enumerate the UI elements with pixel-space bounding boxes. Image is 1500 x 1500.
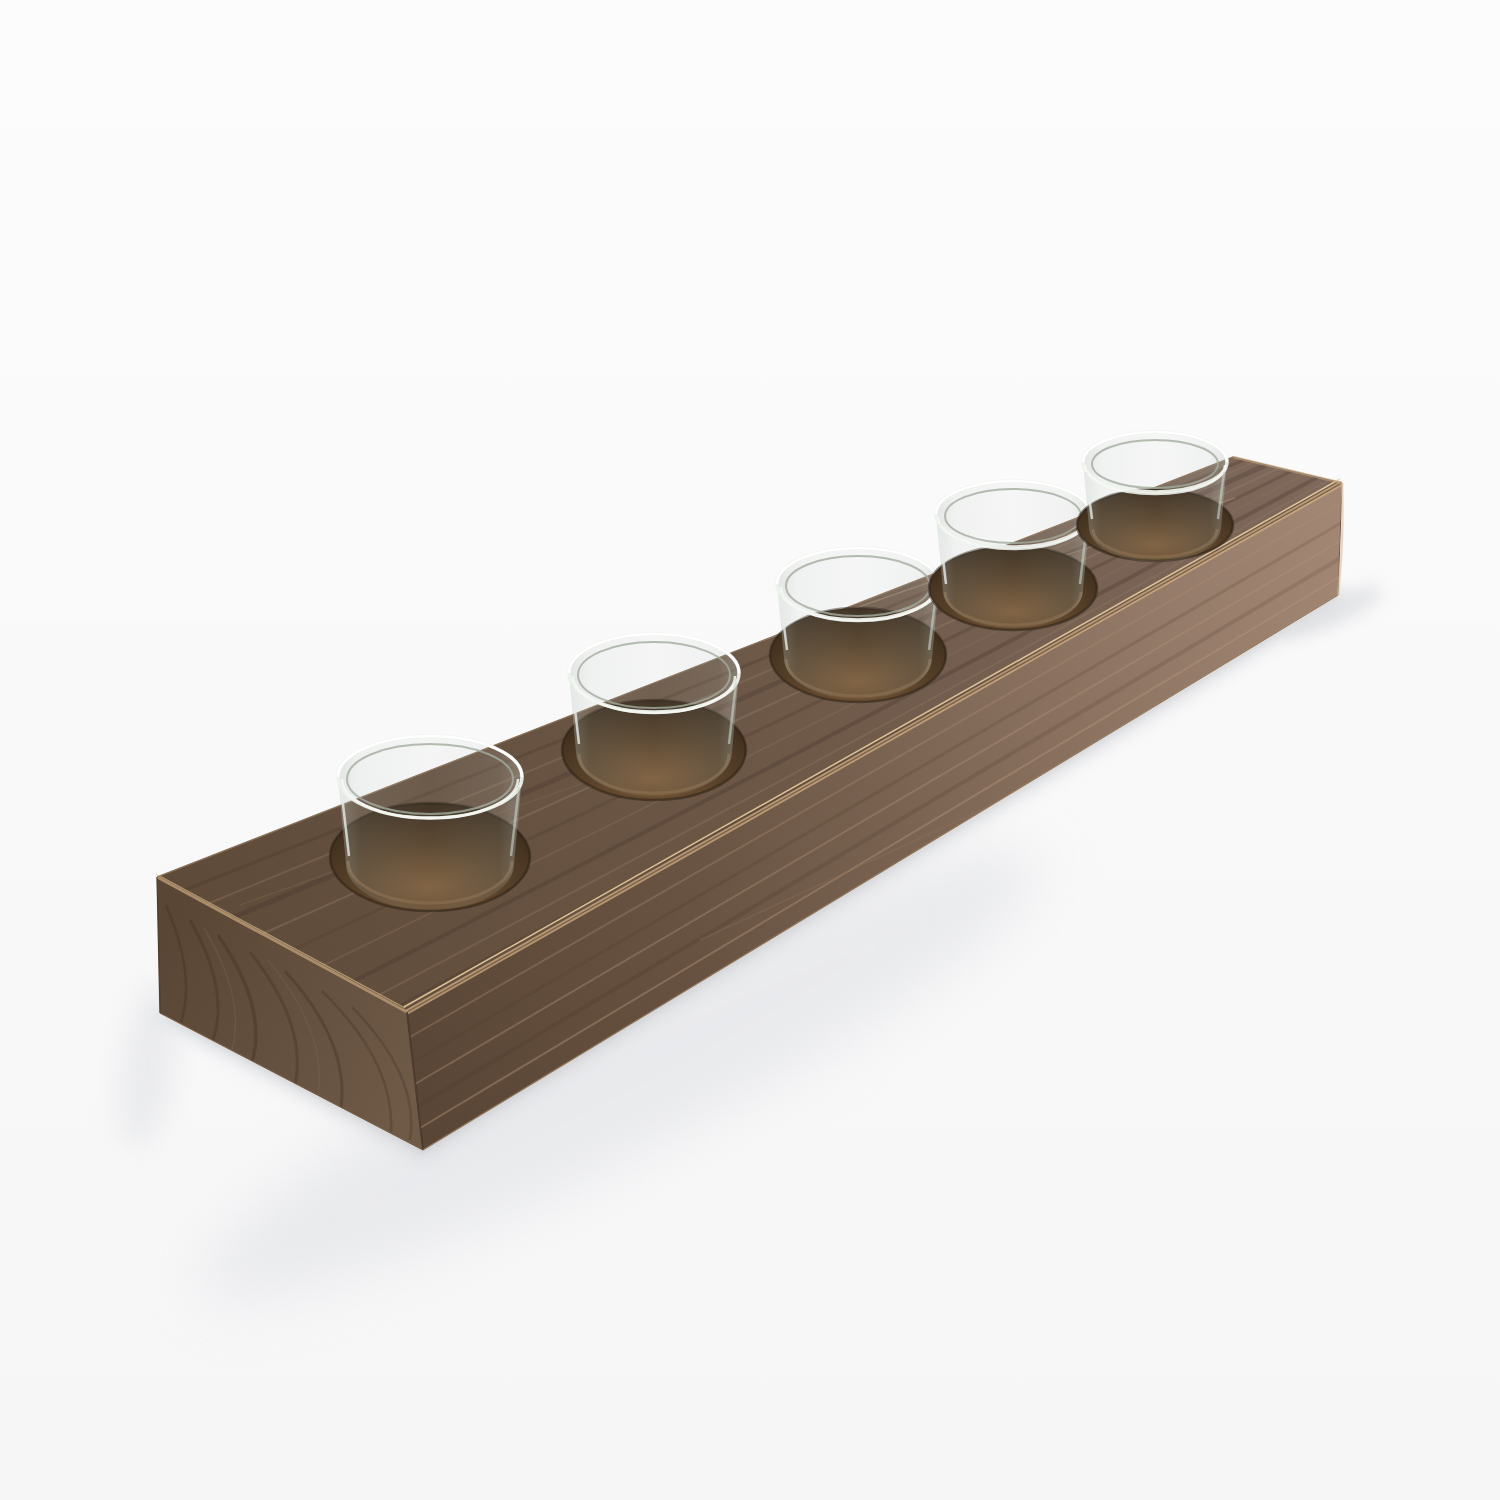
glass-cup-2: [562, 634, 746, 800]
glass-body-4: [936, 481, 1090, 628]
glass-body-1: [338, 736, 522, 910]
glass-body-5: [1083, 432, 1227, 562]
glass-cup-3: [770, 548, 946, 702]
glass-body-2: [569, 634, 739, 796]
glass-cup-1: [330, 736, 530, 911]
glass-cup-5: [1077, 432, 1233, 562]
glass-body-3: [777, 548, 939, 699]
glass-cup-4: [929, 481, 1097, 630]
candle-holder-scene: [0, 0, 1500, 1500]
product-photo: [0, 0, 1500, 1500]
